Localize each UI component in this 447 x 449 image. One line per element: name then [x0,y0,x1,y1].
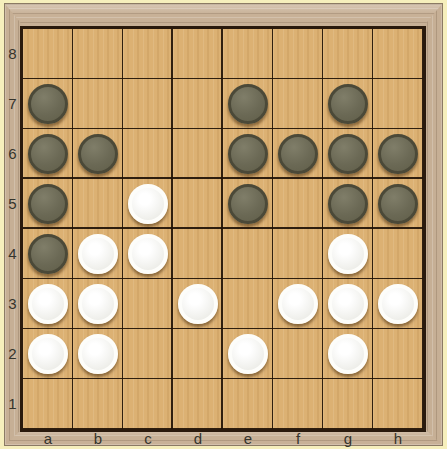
black-disc-g6 [328,134,368,174]
black-disc-g7 [328,84,368,124]
cell-g5[interactable] [323,179,373,229]
white-disc-f3 [278,284,318,324]
rank-label-2: 2 [4,345,21,363]
cell-h8[interactable] [373,29,423,79]
cell-e1[interactable] [223,379,273,429]
cell-a1[interactable] [23,379,73,429]
white-disc-g2 [328,334,368,374]
cell-h6[interactable] [373,129,423,179]
rank-label-1: 1 [4,395,21,413]
cell-b6[interactable] [73,129,123,179]
file-label-b: b [88,430,108,448]
cell-g1[interactable] [323,379,373,429]
white-disc-a2 [28,334,68,374]
othello-board [20,26,426,432]
file-label-c: c [138,430,158,448]
cell-h3[interactable] [373,279,423,329]
cell-d6[interactable] [173,129,223,179]
white-disc-d3 [178,284,218,324]
cell-e8[interactable] [223,29,273,79]
othello-board-screenshot: 87654321 abcdefgh [0,0,447,449]
cell-f4[interactable] [273,229,323,279]
file-label-e: e [238,430,258,448]
cell-d5[interactable] [173,179,223,229]
cell-c2[interactable] [123,329,173,379]
cell-e7[interactable] [223,79,273,129]
rank-label-3: 3 [4,295,21,313]
cell-g2[interactable] [323,329,373,379]
white-disc-h3 [378,284,418,324]
black-disc-a5 [28,184,68,224]
cell-d2[interactable] [173,329,223,379]
file-label-g: g [338,430,358,448]
cell-c5[interactable] [123,179,173,229]
white-disc-c5 [128,184,168,224]
cell-b4[interactable] [73,229,123,279]
cell-b5[interactable] [73,179,123,229]
black-disc-h5 [378,184,418,224]
cell-a3[interactable] [23,279,73,329]
cell-c1[interactable] [123,379,173,429]
black-disc-a6 [28,134,68,174]
black-disc-b6 [78,134,118,174]
cell-h2[interactable] [373,329,423,379]
black-disc-e6 [228,134,268,174]
cell-g8[interactable] [323,29,373,79]
cell-e4[interactable] [223,229,273,279]
cell-h7[interactable] [373,79,423,129]
cell-a5[interactable] [23,179,73,229]
black-disc-h6 [378,134,418,174]
rank-label-8: 8 [4,45,21,63]
rank-label-4: 4 [4,245,21,263]
cell-b3[interactable] [73,279,123,329]
cell-c4[interactable] [123,229,173,279]
cell-c3[interactable] [123,279,173,329]
frame-top-rail [5,4,442,27]
black-disc-a7 [28,84,68,124]
cell-h1[interactable] [373,379,423,429]
black-disc-a4 [28,234,68,274]
rank-label-5: 5 [4,195,21,213]
rank-label-6: 6 [4,145,21,163]
white-disc-g3 [328,284,368,324]
cell-f2[interactable] [273,329,323,379]
black-disc-g5 [328,184,368,224]
cell-f6[interactable] [273,129,323,179]
white-disc-g4 [328,234,368,274]
black-disc-e7 [228,84,268,124]
cell-f3[interactable] [273,279,323,329]
cell-d1[interactable] [173,379,223,429]
cell-h5[interactable] [373,179,423,229]
white-disc-b3 [78,284,118,324]
cell-d3[interactable] [173,279,223,329]
cell-g4[interactable] [323,229,373,279]
black-disc-e5 [228,184,268,224]
file-label-f: f [288,430,308,448]
white-disc-c4 [128,234,168,274]
white-disc-e2 [228,334,268,374]
cell-g7[interactable] [323,79,373,129]
cell-a6[interactable] [23,129,73,179]
cell-a2[interactable] [23,329,73,379]
cell-c6[interactable] [123,129,173,179]
cell-f8[interactable] [273,29,323,79]
cell-d4[interactable] [173,229,223,279]
cell-g3[interactable] [323,279,373,329]
cell-f5[interactable] [273,179,323,229]
cell-d8[interactable] [173,29,223,79]
black-disc-f6 [278,134,318,174]
cell-d7[interactable] [173,79,223,129]
cell-b1[interactable] [73,379,123,429]
cell-e5[interactable] [223,179,273,229]
cell-c8[interactable] [123,29,173,79]
cell-a8[interactable] [23,29,73,79]
cell-b8[interactable] [73,29,123,79]
cell-b2[interactable] [73,329,123,379]
cell-f7[interactable] [273,79,323,129]
file-label-a: a [38,430,58,448]
cell-h4[interactable] [373,229,423,279]
white-disc-b4 [78,234,118,274]
file-label-h: h [388,430,408,448]
cell-a4[interactable] [23,229,73,279]
cell-e6[interactable] [223,129,273,179]
rank-label-7: 7 [4,95,21,113]
cell-g6[interactable] [323,129,373,179]
file-label-d: d [188,430,208,448]
white-disc-b2 [78,334,118,374]
cell-f1[interactable] [273,379,323,429]
cell-c7[interactable] [123,79,173,129]
cell-a7[interactable] [23,79,73,129]
cell-e2[interactable] [223,329,273,379]
cell-b7[interactable] [73,79,123,129]
white-disc-a3 [28,284,68,324]
cell-e3[interactable] [223,279,273,329]
